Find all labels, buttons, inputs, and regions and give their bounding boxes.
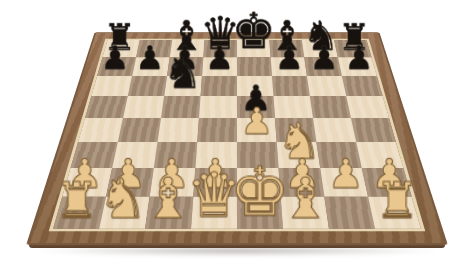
square-c5[interactable]	[161, 96, 201, 118]
square-b4[interactable]	[118, 118, 161, 142]
chess-photo-scene: ♜♝♛♚♝♞♜♟♟♟♟♟♟♟♞♟♟♞♟♟♟♟♟♟♟♜♞♝♛♚♝♜	[0, 0, 474, 260]
square-a5[interactable]	[85, 96, 128, 118]
square-b6[interactable]	[128, 76, 167, 96]
square-h4[interactable]	[351, 118, 396, 142]
square-c4[interactable]	[158, 118, 199, 142]
piece-black-pawn[interactable]: ♟	[345, 42, 374, 74]
square-b1[interactable]: ♞	[99, 197, 150, 229]
square-c6[interactable]: ♞	[164, 76, 202, 96]
square-h7[interactable]: ♟	[338, 57, 377, 76]
square-e7[interactable]	[237, 57, 272, 76]
square-a4[interactable]	[78, 118, 123, 142]
piece-black-pawn[interactable]: ♟	[275, 42, 304, 74]
piece-white-rook[interactable]: ♜	[375, 177, 419, 226]
square-d5[interactable]	[199, 96, 237, 118]
square-f1[interactable]: ♝	[281, 197, 329, 229]
square-e8[interactable]: ♚	[237, 40, 271, 57]
square-e1[interactable]: ♚	[237, 197, 283, 229]
square-h1[interactable]: ♜	[368, 197, 421, 229]
piece-black-pawn[interactable]: ♟	[101, 42, 130, 74]
square-f6[interactable]	[272, 76, 310, 96]
square-h5[interactable]	[346, 96, 389, 118]
piece-black-pawn[interactable]: ♟	[135, 42, 164, 74]
square-g6[interactable]	[307, 76, 346, 96]
chessboard: ♜♝♛♚♝♞♜♟♟♟♟♟♟♟♞♟♟♞♟♟♟♟♟♟♟♜♞♝♛♚♝♜	[53, 40, 421, 229]
square-b5[interactable]	[123, 96, 164, 118]
board-inner-border: ♜♝♛♚♝♞♜♟♟♟♟♟♟♟♞♟♟♞♟♟♟♟♟♟♟♜♞♝♛♚♝♜	[49, 39, 426, 232]
piece-black-pawn[interactable]: ♟	[310, 42, 339, 74]
board-frame: ♜♝♛♚♝♞♜♟♟♟♟♟♟♟♞♟♟♞♟♟♟♟♟♟♟♜♞♝♛♚♝♜	[26, 32, 448, 245]
square-g1[interactable]	[324, 197, 375, 229]
piece-white-pawn[interactable]: ♟	[240, 103, 273, 139]
square-h6[interactable]	[342, 76, 383, 96]
square-e4[interactable]: ♟	[237, 118, 277, 142]
square-d6[interactable]	[201, 76, 237, 96]
piece-black-pawn[interactable]: ♟	[205, 42, 234, 74]
piece-black-knight[interactable]: ♞	[163, 50, 202, 94]
piece-white-rook[interactable]: ♜	[55, 177, 99, 226]
piece-white-pawn[interactable]: ♟	[328, 154, 364, 194]
square-f7[interactable]: ♟	[271, 57, 307, 76]
square-a7[interactable]: ♟	[97, 57, 136, 76]
board-shadow	[34, 247, 440, 256]
square-a6[interactable]	[91, 76, 132, 96]
square-d7[interactable]: ♟	[202, 57, 237, 76]
piece-white-knight[interactable]: ♞	[98, 171, 148, 226]
square-d4[interactable]	[197, 118, 237, 142]
square-g7[interactable]: ♟	[304, 57, 342, 76]
piece-white-bishop[interactable]: ♝	[281, 171, 331, 226]
